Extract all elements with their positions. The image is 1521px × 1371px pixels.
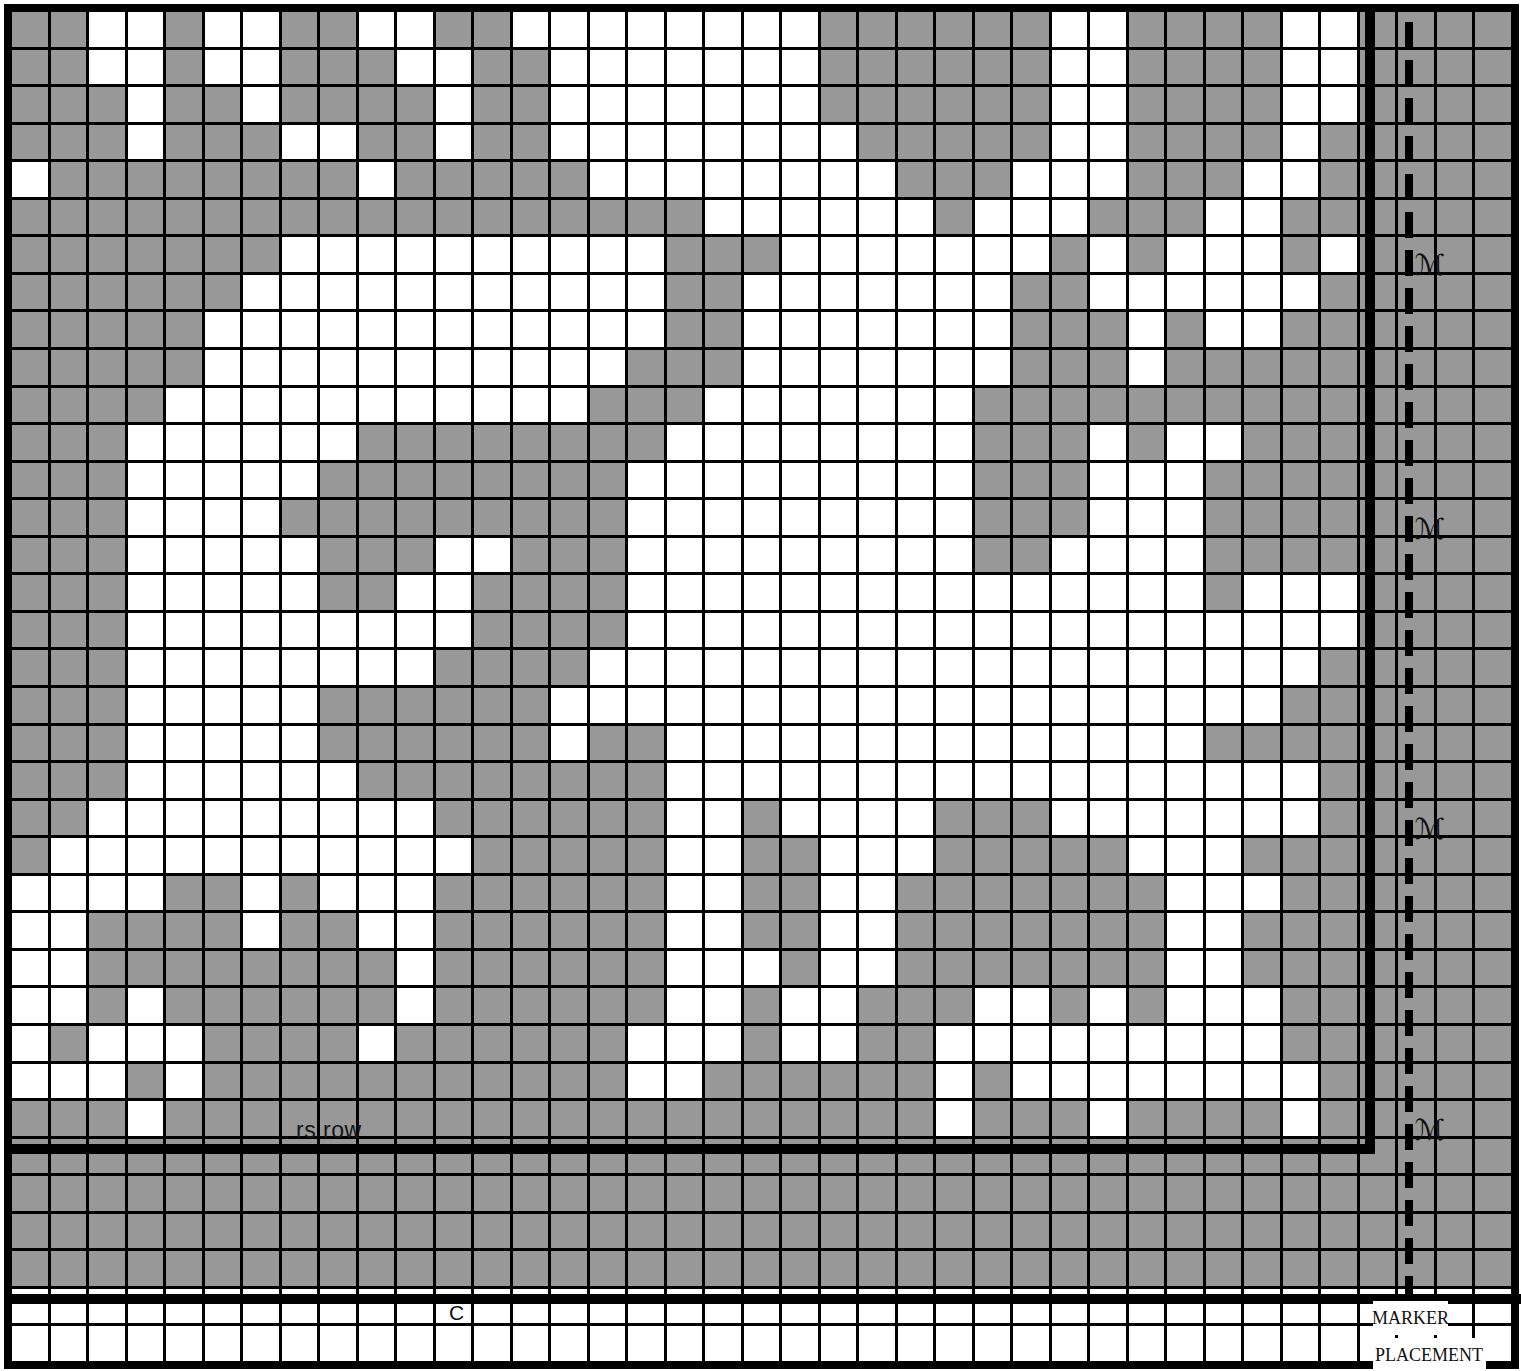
chart-cell [936, 1214, 972, 1249]
chart-cell [397, 1101, 433, 1136]
chart-cell [1321, 1101, 1357, 1136]
chart-cell [89, 1026, 125, 1061]
chart-cell [667, 876, 703, 911]
chart-cell [590, 876, 626, 911]
chart-cell [705, 951, 741, 986]
chart-cell [397, 500, 433, 535]
chart-cell [1437, 650, 1473, 685]
chart-cell [782, 388, 818, 423]
chart-cell [89, 125, 125, 160]
chart-cell [513, 613, 549, 648]
chart-cell [89, 12, 125, 47]
chart-cell [1013, 650, 1049, 685]
chart-cell [1321, 50, 1357, 85]
chart-cell [936, 425, 972, 460]
chart-cell [705, 538, 741, 573]
chart-cell [397, 650, 433, 685]
marker-symbol-icon: ℳ [1411, 812, 1447, 847]
chart-cell [975, 500, 1011, 535]
chart-cell [1437, 1176, 1473, 1211]
chart-cell [975, 1026, 1011, 1061]
chart-cell [551, 463, 587, 498]
chart-cell [1167, 1326, 1203, 1361]
chart-cell [859, 388, 895, 423]
chart-cell [1475, 650, 1511, 685]
chart-cell [359, 876, 395, 911]
chart-cell [12, 913, 48, 948]
chart-cell [359, 12, 395, 47]
chart-cell [359, 913, 395, 948]
chart-cell [128, 876, 164, 911]
chart-cell [551, 763, 587, 798]
chart-cell [628, 312, 664, 347]
chart-cell [1167, 838, 1203, 873]
chart-cell [1206, 763, 1242, 798]
chart-cell [243, 1064, 279, 1099]
chart-cell [1244, 1176, 1280, 1211]
chart-cell [1052, 613, 1088, 648]
chart-cell [397, 388, 433, 423]
chart-cell [1244, 237, 1280, 272]
chart-cell [1475, 538, 1511, 573]
chart-cell [474, 50, 510, 85]
chart-cell [667, 613, 703, 648]
chart-cell [975, 237, 1011, 272]
chart-cell [1013, 50, 1049, 85]
chart-cell [128, 1176, 164, 1211]
chart-cell [898, 538, 934, 573]
chart-cell [1052, 1251, 1088, 1286]
chart-cell [359, 1214, 395, 1249]
chart-cell [1283, 162, 1319, 197]
chart-cell [1321, 876, 1357, 911]
chart-cell [936, 650, 972, 685]
chart-cell [513, 388, 549, 423]
chart-cell [282, 838, 318, 873]
chart-cell [1167, 801, 1203, 836]
chart-cell [166, 312, 202, 347]
chart-cell [359, 613, 395, 648]
chart-cell [128, 650, 164, 685]
chart-cell [1398, 12, 1434, 47]
chart-cell [513, 913, 549, 948]
chart-cell [282, 463, 318, 498]
chart-cell [51, 125, 87, 160]
chart-cell [1283, 1176, 1319, 1211]
chart-cell [359, 838, 395, 873]
chart-cell [859, 913, 895, 948]
chart-cell [1052, 1064, 1088, 1099]
chart-cell [1167, 125, 1203, 160]
chart-cell [1283, 801, 1319, 836]
chart-cell [667, 913, 703, 948]
chart-cell [1437, 162, 1473, 197]
chart-cell [1321, 951, 1357, 986]
chart-cell [705, 200, 741, 235]
chart-cell [705, 1064, 741, 1099]
chart-cell [628, 463, 664, 498]
chart-cell [1437, 388, 1473, 423]
chart-cell [1437, 763, 1473, 798]
chart-cell [1090, 500, 1126, 535]
chart-cell [205, 838, 241, 873]
chart-cell [166, 162, 202, 197]
chart-cell [1283, 125, 1319, 160]
chart-cell [12, 1064, 48, 1099]
chart-cell [1013, 538, 1049, 573]
chart-cell [821, 388, 857, 423]
chart-cell [898, 312, 934, 347]
chart-cell [744, 463, 780, 498]
chart-cell [1283, 1101, 1319, 1136]
chart-cell [1167, 1176, 1203, 1211]
chart-cell [397, 200, 433, 235]
chart-cell [1052, 162, 1088, 197]
chart-cell [667, 838, 703, 873]
chart-cell [705, 275, 741, 310]
chart-cell [320, 425, 356, 460]
chart-cell [243, 613, 279, 648]
chart-cell [1167, 876, 1203, 911]
chart-cell [782, 12, 818, 47]
chart-cell [898, 237, 934, 272]
chart-cell [166, 200, 202, 235]
chart-cell [628, 50, 664, 85]
chart-cell [474, 1026, 510, 1061]
chart-cell [128, 838, 164, 873]
chart-cell [243, 1251, 279, 1286]
chart-cell [166, 988, 202, 1023]
chart-cell [975, 162, 1011, 197]
chart-cell [1052, 1326, 1088, 1361]
chart-cell [744, 1026, 780, 1061]
chart-cell [1283, 613, 1319, 648]
chart-cell [128, 237, 164, 272]
chart-cell [667, 275, 703, 310]
chart-cell [1090, 275, 1126, 310]
chart-cell [628, 763, 664, 798]
chart-cell [359, 237, 395, 272]
chart-cell [166, 425, 202, 460]
chart-cell [1206, 125, 1242, 160]
chart-cell [1437, 425, 1473, 460]
chart-cell [166, 1101, 202, 1136]
chart-cell [12, 237, 48, 272]
chart-cell [513, 125, 549, 160]
chart-cell [1244, 1251, 1280, 1286]
chart-cell [436, 988, 472, 1023]
chart-cell [590, 613, 626, 648]
chart-cell [705, 650, 741, 685]
chart-cell [89, 575, 125, 610]
chart-cell [628, 726, 664, 761]
chart-cell [782, 312, 818, 347]
chart-cell [859, 763, 895, 798]
chart-cell [551, 838, 587, 873]
chart-cell [1129, 1326, 1165, 1361]
chart-cell [1129, 575, 1165, 610]
chart-cell [128, 463, 164, 498]
chart-cell [744, 538, 780, 573]
chart-cell [898, 463, 934, 498]
chart-cell [205, 500, 241, 535]
chart-cell [397, 988, 433, 1023]
chart-cell [1283, 650, 1319, 685]
chart-cell [1475, 688, 1511, 723]
chart-cell [936, 838, 972, 873]
chart-cell [1321, 1176, 1357, 1211]
chart-cell [1013, 801, 1049, 836]
marker-symbol-icon: ℳ [1411, 512, 1447, 547]
chart-cell [1090, 575, 1126, 610]
chart-cell [859, 726, 895, 761]
chart-cell [1167, 726, 1203, 761]
chart-cell [397, 162, 433, 197]
chart-cell [859, 1026, 895, 1061]
chart-cell [513, 801, 549, 836]
chart-cell [1206, 312, 1242, 347]
chart-cell [1437, 125, 1473, 160]
chart-cell [513, 650, 549, 685]
chart-cell [513, 50, 549, 85]
chart-cell [1475, 350, 1511, 385]
chart-cell [282, 613, 318, 648]
chart-cell [1013, 763, 1049, 798]
chart-cell [1013, 951, 1049, 986]
chart-cell [1283, 951, 1319, 986]
chart-cell [1206, 876, 1242, 911]
chart-cell [936, 726, 972, 761]
chart-cell [1129, 951, 1165, 986]
chart-cell [282, 125, 318, 160]
chart-cell [243, 388, 279, 423]
chart-cell [1013, 500, 1049, 535]
chart-cell [320, 763, 356, 798]
chart-cell [667, 125, 703, 160]
chart-cell [89, 425, 125, 460]
chart-cell [628, 838, 664, 873]
chart-cell [359, 1064, 395, 1099]
chart-cell [1206, 988, 1242, 1023]
chart-cell [51, 312, 87, 347]
chart-cell [705, 1251, 741, 1286]
chart-cell [205, 12, 241, 47]
chart-cell [436, 650, 472, 685]
chart-cell [1052, 463, 1088, 498]
chart-cell [1321, 200, 1357, 235]
chart-cell [474, 838, 510, 873]
chart-cell [513, 12, 549, 47]
chart-cell [166, 1251, 202, 1286]
chart-cell [551, 50, 587, 85]
chart-cell [243, 838, 279, 873]
chart-cell [782, 275, 818, 310]
chart-cell [359, 388, 395, 423]
chart-cell [1475, 275, 1511, 310]
chart-cell [667, 500, 703, 535]
chart-cell [128, 951, 164, 986]
chart-cell [936, 12, 972, 47]
chart-cell [320, 575, 356, 610]
chart-cell [1167, 613, 1203, 648]
chart-cell [1244, 500, 1280, 535]
chart-cell [898, 275, 934, 310]
chart-cell [243, 500, 279, 535]
chart-cell [898, 125, 934, 160]
chart-cell [898, 613, 934, 648]
chart-cell [12, 1101, 48, 1136]
chart-cell [705, 87, 741, 122]
chart-cell [936, 688, 972, 723]
chart-cell [1129, 87, 1165, 122]
chart-cell [590, 538, 626, 573]
chart-cell [1090, 1101, 1126, 1136]
chart-cell [205, 1214, 241, 1249]
chart-cell [821, 87, 857, 122]
chart-cell [667, 1101, 703, 1136]
chart-cell [782, 1251, 818, 1286]
chart-cell [1475, 1139, 1511, 1174]
chart-cell [667, 12, 703, 47]
c-label: C [449, 1301, 464, 1325]
chart-cell [936, 876, 972, 911]
chart-cell [1244, 988, 1280, 1023]
chart-cell [320, 988, 356, 1023]
chart-cell [513, 838, 549, 873]
chart-cell [936, 125, 972, 160]
chart-cell [936, 200, 972, 235]
chart-cell [51, 50, 87, 85]
chart-cell [782, 650, 818, 685]
chart-cell [1129, 538, 1165, 573]
chart-cell [1475, 988, 1511, 1023]
chart-cell [1283, 275, 1319, 310]
chart-cell [1167, 1251, 1203, 1286]
chart-cell [628, 1214, 664, 1249]
chart-cell [1283, 312, 1319, 347]
chart-cell [1244, 801, 1280, 836]
chart-cell [705, 500, 741, 535]
chart-cell [859, 838, 895, 873]
chart-cell [128, 1251, 164, 1286]
chart-cell [705, 876, 741, 911]
chart-cell [1206, 275, 1242, 310]
chart-cell [1321, 726, 1357, 761]
chart-cell [397, 688, 433, 723]
chart-cell [282, 312, 318, 347]
chart-cell [975, 1214, 1011, 1249]
chart-cell [1321, 838, 1357, 873]
chart-cell [705, 50, 741, 85]
chart-cell [513, 951, 549, 986]
chart-cell [1398, 388, 1434, 423]
chart-cell [205, 988, 241, 1023]
chart-cell [1321, 1026, 1357, 1061]
chart-cell [1398, 688, 1434, 723]
chart-cell [436, 312, 472, 347]
chart-cell [1475, 876, 1511, 911]
chart-cell [166, 538, 202, 573]
chart-cell [436, 613, 472, 648]
chart-cell [359, 125, 395, 160]
chart-cell [1206, 801, 1242, 836]
chart-cell [744, 801, 780, 836]
chart-cell [1167, 12, 1203, 47]
chart-cell [975, 87, 1011, 122]
chart-cell [859, 500, 895, 535]
chart-cell [936, 87, 972, 122]
chart-cell [359, 50, 395, 85]
chart-cell [782, 801, 818, 836]
chart-cell [744, 1214, 780, 1249]
rs-row-boundary-line [12, 1144, 1375, 1154]
chart-cell [744, 87, 780, 122]
chart-cell [12, 388, 48, 423]
chart-cell [898, 87, 934, 122]
chart-cell [667, 1026, 703, 1061]
chart-cell [667, 1176, 703, 1211]
chart-cell [474, 763, 510, 798]
chart-cell [1013, 1251, 1049, 1286]
chart-cell [205, 312, 241, 347]
chart-cell [936, 763, 972, 798]
chart-cell [1437, 87, 1473, 122]
chart-cell [744, 913, 780, 948]
chart-cell [1398, 1251, 1434, 1286]
chart-cell [128, 162, 164, 197]
border-band-boundary-line [12, 1294, 1521, 1304]
chart-cell [744, 50, 780, 85]
chart-cell [397, 125, 433, 160]
chart-cell [744, 200, 780, 235]
chart-cell [474, 1176, 510, 1211]
chart-cell [320, 388, 356, 423]
chart-cell [936, 237, 972, 272]
chart-cell [513, 87, 549, 122]
chart-cell [51, 988, 87, 1023]
chart-cell [551, 312, 587, 347]
chart-cell [705, 1026, 741, 1061]
chart-cell [705, 350, 741, 385]
chart-cell [705, 726, 741, 761]
chart-cell [628, 500, 664, 535]
chart-cell [859, 1326, 895, 1361]
chart-cell [474, 425, 510, 460]
chart-cell [359, 1026, 395, 1061]
chart-cell [513, 538, 549, 573]
chart-cell [205, 801, 241, 836]
chart-cell [1013, 125, 1049, 160]
chart-cell [1052, 500, 1088, 535]
chart-cell [898, 988, 934, 1023]
chart-cell [205, 125, 241, 160]
chart-cell [1013, 876, 1049, 911]
chart-cell [705, 801, 741, 836]
chart-cell [667, 237, 703, 272]
rs-row-label: rs row [296, 1113, 362, 1148]
chart-cell [590, 275, 626, 310]
chart-cell [744, 1101, 780, 1136]
chart-cell [397, 1026, 433, 1061]
chart-cell [1398, 312, 1434, 347]
chart-cell [51, 1251, 87, 1286]
chart-cell [1321, 500, 1357, 535]
chart-cell [744, 1326, 780, 1361]
chart-cell [1167, 200, 1203, 235]
chart-cell [744, 312, 780, 347]
chart-cell [1398, 763, 1434, 798]
marker-symbol-icon: ℳ [1411, 1113, 1447, 1148]
